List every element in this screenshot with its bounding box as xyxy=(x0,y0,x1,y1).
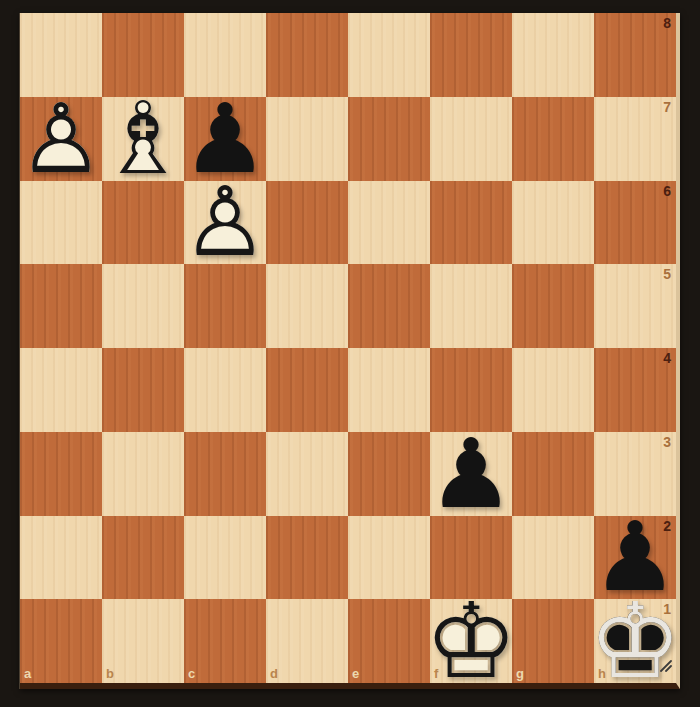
square-h6[interactable]: 6 xyxy=(594,181,676,265)
square-g1[interactable]: g xyxy=(512,599,594,683)
square-e8[interactable] xyxy=(348,13,430,97)
square-a5[interactable] xyxy=(20,264,102,348)
white-king-outline: ♔ xyxy=(430,599,512,683)
square-b1[interactable]: b xyxy=(102,599,184,683)
square-d6[interactable] xyxy=(266,181,348,265)
rank-label-5: 5 xyxy=(663,267,671,281)
square-g3[interactable] xyxy=(512,432,594,516)
square-c6[interactable]: ♟♙ xyxy=(184,181,266,265)
file-label-a: a xyxy=(24,667,31,680)
square-h4[interactable]: 4 xyxy=(594,348,676,432)
square-g7[interactable] xyxy=(512,97,594,181)
board-resize-handle-icon[interactable] xyxy=(658,658,672,676)
file-label-c: c xyxy=(188,667,195,680)
square-g6[interactable] xyxy=(512,181,594,265)
square-c3[interactable] xyxy=(184,432,266,516)
square-d2[interactable] xyxy=(266,516,348,600)
square-d8[interactable] xyxy=(266,13,348,97)
rank-label-7: 7 xyxy=(663,100,671,114)
black-pawn-f3[interactable]: ♟ xyxy=(430,432,512,516)
square-f8[interactable] xyxy=(430,13,512,97)
square-e3[interactable] xyxy=(348,432,430,516)
square-d4[interactable] xyxy=(266,348,348,432)
square-a2[interactable] xyxy=(20,516,102,600)
square-b7[interactable]: ♝♗ xyxy=(102,97,184,181)
square-b3[interactable] xyxy=(102,432,184,516)
file-label-b: b xyxy=(106,667,114,680)
chess-board-frame: 8♟♙♝♗♟7♟♙654♟32♟abcdef♚♔g1h♚♔ xyxy=(20,13,680,689)
square-c4[interactable] xyxy=(184,348,266,432)
white-pawn-outline: ♙ xyxy=(20,97,102,181)
square-d3[interactable] xyxy=(266,432,348,516)
square-h8[interactable]: 8 xyxy=(594,13,676,97)
square-e1[interactable]: e xyxy=(348,599,430,683)
black-pawn-glyph: ♟ xyxy=(430,432,512,516)
square-a1[interactable]: a xyxy=(20,599,102,683)
square-a7[interactable]: ♟♙ xyxy=(20,97,102,181)
square-f3[interactable]: ♟ xyxy=(430,432,512,516)
square-g8[interactable] xyxy=(512,13,594,97)
square-f5[interactable] xyxy=(430,264,512,348)
resize-grip-lines-icon xyxy=(658,658,672,672)
square-f1[interactable]: f♚♔ xyxy=(430,599,512,683)
square-g2[interactable] xyxy=(512,516,594,600)
rank-label-8: 8 xyxy=(663,16,671,30)
white-bishop-b7[interactable]: ♝♗ xyxy=(102,97,184,181)
square-f6[interactable] xyxy=(430,181,512,265)
square-d7[interactable] xyxy=(266,97,348,181)
square-h5[interactable]: 5 xyxy=(594,264,676,348)
square-g4[interactable] xyxy=(512,348,594,432)
rank-label-4: 4 xyxy=(663,351,671,365)
square-a3[interactable] xyxy=(20,432,102,516)
square-e6[interactable] xyxy=(348,181,430,265)
square-c1[interactable]: c xyxy=(184,599,266,683)
file-label-e: e xyxy=(352,667,359,680)
square-e2[interactable] xyxy=(348,516,430,600)
white-pawn-outline: ♙ xyxy=(184,181,266,265)
square-g5[interactable] xyxy=(512,264,594,348)
square-c2[interactable] xyxy=(184,516,266,600)
square-b4[interactable] xyxy=(102,348,184,432)
square-d1[interactable]: d xyxy=(266,599,348,683)
square-h7[interactable]: 7 xyxy=(594,97,676,181)
rank-label-6: 6 xyxy=(663,184,671,198)
square-a4[interactable] xyxy=(20,348,102,432)
board: 8♟♙♝♗♟7♟♙654♟32♟abcdef♚♔g1h♚♔ xyxy=(20,13,676,683)
square-f7[interactable] xyxy=(430,97,512,181)
square-b5[interactable] xyxy=(102,264,184,348)
square-e7[interactable] xyxy=(348,97,430,181)
white-king-f1[interactable]: ♚♔ xyxy=(430,599,512,683)
white-pawn-c6[interactable]: ♟♙ xyxy=(184,181,266,265)
white-pawn-a7[interactable]: ♟♙ xyxy=(20,97,102,181)
white-bishop-outline: ♗ xyxy=(102,97,184,181)
file-label-d: d xyxy=(270,667,278,680)
chess-app-window: 8♟♙♝♗♟7♟♙654♟32♟abcdef♚♔g1h♚♔ xyxy=(0,0,700,707)
square-e4[interactable] xyxy=(348,348,430,432)
rank-label-3: 3 xyxy=(663,435,671,449)
square-b2[interactable] xyxy=(102,516,184,600)
square-d5[interactable] xyxy=(266,264,348,348)
square-e5[interactable] xyxy=(348,264,430,348)
